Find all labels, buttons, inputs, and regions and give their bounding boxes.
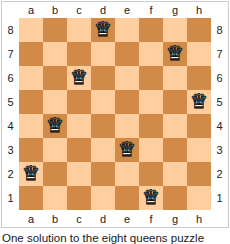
- square-c1[interactable]: [67, 186, 91, 210]
- square-d6[interactable]: [91, 66, 115, 90]
- square-g2[interactable]: [163, 162, 187, 186]
- file-label-d-bottom: d: [91, 210, 115, 227]
- square-d5[interactable]: [91, 90, 115, 114]
- square-h1[interactable]: [187, 186, 211, 210]
- file-label-f-top: f: [139, 2, 163, 18]
- square-a6[interactable]: [19, 66, 43, 90]
- square-e5[interactable]: [115, 90, 139, 114]
- rank-label-4-left: 4: [2, 114, 19, 138]
- square-h5[interactable]: ♛: [187, 90, 211, 114]
- rank-label-8-left: 8: [2, 18, 19, 42]
- square-a8[interactable]: [19, 18, 43, 42]
- square-b2[interactable]: [43, 162, 67, 186]
- square-d1[interactable]: [91, 186, 115, 210]
- square-d8[interactable]: ♛: [91, 18, 115, 42]
- file-label-a-bottom: a: [19, 210, 43, 227]
- rank-label-2-right: 2: [211, 162, 228, 186]
- square-g3[interactable]: [163, 138, 187, 162]
- rank-label-7-right: 7: [211, 42, 228, 66]
- square-a4[interactable]: [19, 114, 43, 138]
- square-c8[interactable]: [67, 18, 91, 42]
- file-label-e-bottom: e: [115, 210, 139, 227]
- rank-label-6-right: 6: [211, 66, 228, 90]
- square-e7[interactable]: [115, 42, 139, 66]
- rank-label-5-right: 5: [211, 90, 228, 114]
- square-b5[interactable]: [43, 90, 67, 114]
- square-c5[interactable]: [67, 90, 91, 114]
- white-queen: ♛: [142, 186, 160, 209]
- square-f1[interactable]: ♛: [139, 186, 163, 210]
- square-f4[interactable]: [139, 114, 163, 138]
- board-corner: [211, 210, 228, 227]
- square-a5[interactable]: [19, 90, 43, 114]
- square-h4[interactable]: [187, 114, 211, 138]
- file-label-d-top: d: [91, 2, 115, 18]
- square-b6[interactable]: [43, 66, 67, 90]
- square-f7[interactable]: [139, 42, 163, 66]
- square-b3[interactable]: [43, 138, 67, 162]
- square-g8[interactable]: [163, 18, 187, 42]
- square-d3[interactable]: [91, 138, 115, 162]
- square-a1[interactable]: [19, 186, 43, 210]
- square-a7[interactable]: [19, 42, 43, 66]
- square-f3[interactable]: [139, 138, 163, 162]
- square-c4[interactable]: [67, 114, 91, 138]
- board-corner: [2, 210, 19, 227]
- white-queen: ♛: [46, 114, 64, 137]
- square-c2[interactable]: [67, 162, 91, 186]
- file-label-c-bottom: c: [67, 210, 91, 227]
- square-g6[interactable]: [163, 66, 187, 90]
- rank-label-1-left: 1: [2, 186, 19, 210]
- rank-label-2-left: 2: [2, 162, 19, 186]
- square-b4[interactable]: ♛: [43, 114, 67, 138]
- square-d7[interactable]: [91, 42, 115, 66]
- square-e8[interactable]: [115, 18, 139, 42]
- white-queen: ♛: [94, 18, 112, 41]
- square-f6[interactable]: [139, 66, 163, 90]
- square-g1[interactable]: [163, 186, 187, 210]
- square-f2[interactable]: [139, 162, 163, 186]
- rank-label-3-right: 3: [211, 138, 228, 162]
- white-queen: ♛: [70, 66, 88, 89]
- rank-label-4-right: 4: [211, 114, 228, 138]
- square-e3[interactable]: ♛: [115, 138, 139, 162]
- square-b8[interactable]: [43, 18, 67, 42]
- diagram-caption: One solution to the eight queens puzzle: [0, 228, 230, 244]
- file-label-e-top: e: [115, 2, 139, 18]
- file-label-f-bottom: f: [139, 210, 163, 227]
- file-label-a-top: a: [19, 2, 43, 18]
- white-queen: ♛: [118, 138, 136, 161]
- square-c6[interactable]: ♛: [67, 66, 91, 90]
- square-g4[interactable]: [163, 114, 187, 138]
- rank-label-5-left: 5: [2, 90, 19, 114]
- square-b1[interactable]: [43, 186, 67, 210]
- square-b7[interactable]: [43, 42, 67, 66]
- square-e6[interactable]: [115, 66, 139, 90]
- file-label-h-bottom: h: [187, 210, 211, 227]
- file-label-c-top: c: [67, 2, 91, 18]
- board-grid: abcdefgh8♛87♛76♛65♛54♛43♛32♛21♛1abcdefgh: [2, 2, 228, 227]
- file-label-h-top: h: [187, 2, 211, 18]
- square-d2[interactable]: [91, 162, 115, 186]
- square-a3[interactable]: [19, 138, 43, 162]
- square-e4[interactable]: [115, 114, 139, 138]
- square-g7[interactable]: ♛: [163, 42, 187, 66]
- square-a2[interactable]: ♛: [19, 162, 43, 186]
- file-label-g-bottom: g: [163, 210, 187, 227]
- square-g5[interactable]: [163, 90, 187, 114]
- square-c3[interactable]: [67, 138, 91, 162]
- square-c7[interactable]: [67, 42, 91, 66]
- rank-label-1-right: 1: [211, 186, 228, 210]
- screenshot-stage: abcdefgh8♛87♛76♛65♛54♛43♛32♛21♛1abcdefgh…: [0, 0, 230, 244]
- rank-label-7-left: 7: [2, 42, 19, 66]
- rank-label-3-left: 3: [2, 138, 19, 162]
- square-f5[interactable]: [139, 90, 163, 114]
- rank-label-6-left: 6: [2, 66, 19, 90]
- white-queen: ♛: [166, 42, 184, 65]
- square-h2[interactable]: [187, 162, 211, 186]
- square-d4[interactable]: [91, 114, 115, 138]
- rank-label-8-right: 8: [211, 18, 228, 42]
- square-e2[interactable]: [115, 162, 139, 186]
- square-h7[interactable]: [187, 42, 211, 66]
- chess-diagram-frame: abcdefgh8♛87♛76♛65♛54♛43♛32♛21♛1abcdefgh: [1, 1, 229, 228]
- white-queen: ♛: [190, 90, 208, 113]
- white-queen: ♛: [22, 162, 40, 185]
- file-label-b-top: b: [43, 2, 67, 18]
- square-f8[interactable]: [139, 18, 163, 42]
- square-e1[interactable]: [115, 186, 139, 210]
- file-label-b-bottom: b: [43, 210, 67, 227]
- board-corner: [211, 2, 228, 18]
- square-h3[interactable]: [187, 138, 211, 162]
- board-corner: [2, 2, 19, 18]
- file-label-g-top: g: [163, 2, 187, 18]
- square-h8[interactable]: [187, 18, 211, 42]
- square-h6[interactable]: [187, 66, 211, 90]
